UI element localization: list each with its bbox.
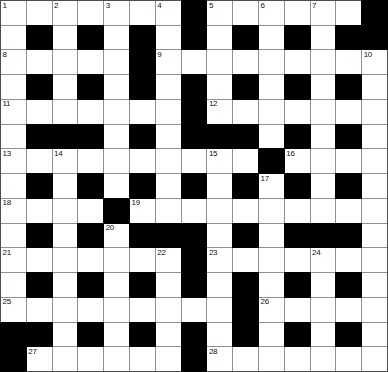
clue-number-19: 19 [131, 199, 139, 207]
cell-r2c15-block [362, 26, 387, 50]
cell-r7c8[interactable] [182, 149, 207, 173]
cell-r1c11[interactable]: 6 [259, 1, 284, 25]
cell-r12c11[interactable] [259, 273, 284, 297]
cell-r4c15[interactable] [362, 75, 387, 99]
cell-r11c4[interactable] [78, 248, 103, 272]
cell-r10c7-block [156, 224, 181, 248]
cell-r5c6[interactable] [130, 100, 155, 124]
cell-r6c15[interactable] [362, 125, 387, 149]
cell-r14c15[interactable] [362, 323, 387, 347]
cell-r3c1[interactable]: 8 [1, 50, 26, 74]
cell-r5c7[interactable] [156, 100, 181, 124]
cell-r13c12[interactable] [285, 298, 310, 322]
cell-r15c1-block [1, 347, 26, 371]
cell-r5c12[interactable] [285, 100, 310, 124]
cell-r8c3[interactable] [53, 174, 78, 198]
cell-r5c1[interactable]: 11 [1, 100, 26, 124]
cell-r6c9-block [207, 125, 232, 149]
cell-r6c13[interactable] [311, 125, 336, 149]
cell-r12c12-block [285, 273, 310, 297]
cell-r3c6-block [130, 50, 155, 74]
cell-r12c3[interactable] [53, 273, 78, 297]
cell-r10c12-block [285, 224, 310, 248]
cell-r3c7[interactable]: 9 [156, 50, 181, 74]
cell-r9c7[interactable] [156, 199, 181, 223]
cell-r7c13[interactable] [311, 149, 336, 173]
cell-r7c10[interactable] [233, 149, 258, 173]
cell-r8c13[interactable] [311, 174, 336, 198]
cell-r7c2[interactable] [27, 149, 52, 173]
clue-number-20: 20 [106, 224, 114, 232]
cell-r14c6-block [130, 323, 155, 347]
cell-r6c3-block [53, 125, 78, 149]
cell-r4c14-block [336, 75, 361, 99]
cell-r1c14[interactable] [336, 1, 361, 25]
cell-r1c1[interactable]: 1 [1, 1, 26, 25]
cell-r2c2-block [27, 26, 52, 50]
cell-r6c5[interactable] [104, 125, 129, 149]
cell-r11c6[interactable] [130, 248, 155, 272]
cell-r15c13[interactable] [311, 347, 336, 371]
cell-r14c4-block [78, 323, 103, 347]
cell-r10c13-block [311, 224, 336, 248]
cell-r8c2-block [27, 174, 52, 198]
cell-r12c13[interactable] [311, 273, 336, 297]
cell-r15c12[interactable] [285, 347, 310, 371]
cell-r8c11[interactable]: 17 [259, 174, 284, 198]
cell-r6c12-block [285, 125, 310, 149]
cell-r11c15[interactable] [362, 248, 387, 272]
cell-r1c5[interactable]: 3 [104, 1, 129, 25]
cell-r13c14[interactable] [336, 298, 361, 322]
cell-r10c11[interactable] [259, 224, 284, 248]
cell-r11c12[interactable] [285, 248, 310, 272]
cell-r14c2-block [27, 323, 52, 347]
cell-r8c8-block [182, 174, 207, 198]
cell-r2c13[interactable] [311, 26, 336, 50]
cell-r15c6[interactable] [130, 347, 155, 371]
cell-r7c11-block [259, 149, 284, 173]
cell-r15c14[interactable] [336, 347, 361, 371]
cell-r9c14[interactable] [336, 199, 361, 223]
clue-number-22: 22 [157, 249, 165, 257]
cell-r11c2[interactable] [27, 248, 52, 272]
clue-number-18: 18 [3, 199, 11, 207]
clue-number-3: 3 [106, 2, 110, 10]
cell-r3c3[interactable] [53, 50, 78, 74]
cell-r3c12[interactable] [285, 50, 310, 74]
cell-r4c11[interactable] [259, 75, 284, 99]
cell-r12c6-block [130, 273, 155, 297]
cell-r15c8-block [182, 347, 207, 371]
cell-r2c8-block [182, 26, 207, 50]
clue-number-24: 24 [312, 249, 320, 257]
cell-r15c7[interactable] [156, 347, 181, 371]
cell-r7c3[interactable]: 14 [53, 149, 78, 173]
cell-r9c9[interactable] [207, 199, 232, 223]
clue-number-13: 13 [3, 150, 11, 158]
cell-r4c5[interactable] [104, 75, 129, 99]
cell-r10c14-block [336, 224, 361, 248]
cell-r10c3[interactable] [53, 224, 78, 248]
cell-r13c7[interactable] [156, 298, 181, 322]
cell-r2c6-block [130, 26, 155, 50]
clue-number-5: 5 [209, 2, 213, 10]
cell-r13c6[interactable] [130, 298, 155, 322]
cell-r3c5[interactable] [104, 50, 129, 74]
cell-r14c11[interactable] [259, 323, 284, 347]
cell-r10c8-block [182, 224, 207, 248]
cell-r12c15[interactable] [362, 273, 387, 297]
cell-r6c8-block [182, 125, 207, 149]
cell-r13c5[interactable] [104, 298, 129, 322]
cell-r2c14-block [336, 26, 361, 50]
cell-r1c3[interactable]: 2 [53, 1, 78, 25]
cell-r12c10-block [233, 273, 258, 297]
cell-r14c3[interactable] [53, 323, 78, 347]
cell-r11c7[interactable]: 22 [156, 248, 181, 272]
cell-r12c7[interactable] [156, 273, 181, 297]
cell-r3c4[interactable] [78, 50, 103, 74]
cell-r8c1[interactable] [1, 174, 26, 198]
cell-r1c6[interactable] [130, 1, 155, 25]
cell-r3c15[interactable]: 10 [362, 50, 387, 74]
cell-r13c11[interactable]: 26 [259, 298, 284, 322]
cell-r4c6-block [130, 75, 155, 99]
cell-r14c13[interactable] [311, 323, 336, 347]
clue-number-23: 23 [209, 249, 217, 257]
cell-r15c11[interactable] [259, 347, 284, 371]
cell-r7c1[interactable]: 13 [1, 149, 26, 173]
cell-r12c14-block [336, 273, 361, 297]
cell-r8c6-block [130, 174, 155, 198]
cell-r7c7[interactable] [156, 149, 181, 173]
crossword-board: 1234567891011121314151617181920212223242… [0, 0, 388, 372]
cell-r4c8-block [182, 75, 207, 99]
cell-r6c6-block [130, 125, 155, 149]
cell-r1c15-block [362, 1, 387, 25]
cell-r2c11[interactable] [259, 26, 284, 50]
cell-r3c10[interactable] [233, 50, 258, 74]
cell-r3c9[interactable] [207, 50, 232, 74]
cell-r2c3[interactable] [53, 26, 78, 50]
cell-r13c3[interactable] [53, 298, 78, 322]
cell-r2c4-block [78, 26, 103, 50]
cell-r7c9[interactable]: 15 [207, 149, 232, 173]
cell-r12c5[interactable] [104, 273, 129, 297]
cell-r9c3[interactable] [53, 199, 78, 223]
cell-r10c5[interactable]: 20 [104, 224, 129, 248]
cell-r3c13[interactable] [311, 50, 336, 74]
cell-r2c12-block [285, 26, 310, 50]
cell-r11c11[interactable] [259, 248, 284, 272]
clue-number-17: 17 [260, 175, 268, 183]
clue-number-27: 27 [28, 348, 36, 356]
cell-r13c9[interactable] [207, 298, 232, 322]
cell-r10c15[interactable] [362, 224, 387, 248]
cell-r6c1[interactable] [1, 125, 26, 149]
cell-r8c10-block [233, 174, 258, 198]
cell-r1c9[interactable]: 5 [207, 1, 232, 25]
cell-r1c7[interactable]: 4 [156, 1, 181, 25]
cell-r8c7[interactable] [156, 174, 181, 198]
clue-number-16: 16 [286, 150, 294, 158]
cell-r3c14[interactable] [336, 50, 361, 74]
cell-r11c10[interactable] [233, 248, 258, 272]
cell-r3c11[interactable] [259, 50, 284, 74]
cell-r8c4-block [78, 174, 103, 198]
cell-r9c11[interactable] [259, 199, 284, 223]
cell-r11c14[interactable] [336, 248, 361, 272]
cell-r14c7[interactable] [156, 323, 181, 347]
cell-r9c15[interactable] [362, 199, 387, 223]
cell-r15c10[interactable] [233, 347, 258, 371]
cell-r14c5[interactable] [104, 323, 129, 347]
clue-number-21: 21 [3, 249, 11, 257]
cell-r2c7[interactable] [156, 26, 181, 50]
cell-r11c9[interactable]: 23 [207, 248, 232, 272]
cell-r8c12-block [285, 174, 310, 198]
clue-number-2: 2 [54, 2, 58, 10]
cell-r10c4-block [78, 224, 103, 248]
cell-r9c1[interactable]: 18 [1, 199, 26, 223]
cell-r13c2[interactable] [27, 298, 52, 322]
clue-number-9: 9 [157, 51, 161, 59]
cell-r15c2[interactable]: 27 [27, 347, 52, 371]
cell-r5c10[interactable] [233, 100, 258, 124]
cell-r6c11[interactable] [259, 125, 284, 149]
cell-r5c9[interactable]: 12 [207, 100, 232, 124]
cell-r14c8-block [182, 323, 207, 347]
cell-r6c2-block [27, 125, 52, 149]
cell-r12c2-block [27, 273, 52, 297]
cell-r9c13[interactable] [311, 199, 336, 223]
cell-r1c4[interactable] [78, 1, 103, 25]
cell-r7c12[interactable]: 16 [285, 149, 310, 173]
cell-r7c15[interactable] [362, 149, 387, 173]
cell-r1c8-block [182, 1, 207, 25]
cell-r14c12-block [285, 323, 310, 347]
clue-number-1: 1 [3, 2, 7, 10]
cell-r9c8[interactable] [182, 199, 207, 223]
cell-r6c4-block [78, 125, 103, 149]
cell-r13c4[interactable] [78, 298, 103, 322]
cell-r10c2-block [27, 224, 52, 248]
cell-r13c13[interactable] [311, 298, 336, 322]
cell-r12c1[interactable] [1, 273, 26, 297]
cell-r4c2-block [27, 75, 52, 99]
cell-r14c9[interactable] [207, 323, 232, 347]
cell-r8c9[interactable] [207, 174, 232, 198]
cell-r7c4[interactable] [78, 149, 103, 173]
cell-r2c1[interactable] [1, 26, 26, 50]
cell-r9c10[interactable] [233, 199, 258, 223]
cell-r13c1[interactable]: 25 [1, 298, 26, 322]
cell-r4c7[interactable] [156, 75, 181, 99]
cell-r10c10-block [233, 224, 258, 248]
cell-r5c14[interactable] [336, 100, 361, 124]
cell-r15c5[interactable] [104, 347, 129, 371]
cell-r12c9[interactable] [207, 273, 232, 297]
clue-number-10: 10 [364, 51, 372, 59]
cell-r11c8-block [182, 248, 207, 272]
cell-r10c1[interactable] [1, 224, 26, 248]
cell-r4c3[interactable] [53, 75, 78, 99]
cell-r14c14-block [336, 323, 361, 347]
cell-r4c10-block [233, 75, 258, 99]
cell-r9c2[interactable] [27, 199, 52, 223]
cell-r5c13[interactable] [311, 100, 336, 124]
cell-r1c2[interactable] [27, 1, 52, 25]
cell-r13c8[interactable] [182, 298, 207, 322]
clue-number-8: 8 [3, 51, 7, 59]
clue-number-28: 28 [209, 348, 217, 356]
cell-r5c5[interactable] [104, 100, 129, 124]
cell-r8c14-block [336, 174, 361, 198]
cell-r1c13[interactable]: 7 [311, 1, 336, 25]
cell-r5c3[interactable] [53, 100, 78, 124]
cell-r8c15[interactable] [362, 174, 387, 198]
cell-r5c15[interactable] [362, 100, 387, 124]
clue-number-6: 6 [260, 2, 264, 10]
cell-r15c4[interactable] [78, 347, 103, 371]
cell-r15c3[interactable] [53, 347, 78, 371]
cell-r15c15[interactable] [362, 347, 387, 371]
cell-r2c10-block [233, 26, 258, 50]
cell-r9c12[interactable] [285, 199, 310, 223]
cell-r5c2[interactable] [27, 100, 52, 124]
clue-number-15: 15 [209, 150, 217, 158]
clue-number-12: 12 [209, 100, 217, 108]
cell-r6c14-block [336, 125, 361, 149]
cell-r11c13[interactable]: 24 [311, 248, 336, 272]
cell-r5c4[interactable] [78, 100, 103, 124]
cell-r10c9[interactable] [207, 224, 232, 248]
cell-r11c3[interactable] [53, 248, 78, 272]
cell-r3c8[interactable] [182, 50, 207, 74]
cell-r15c9[interactable]: 28 [207, 347, 232, 371]
cell-r1c12[interactable] [285, 1, 310, 25]
cell-r7c6[interactable] [130, 149, 155, 173]
clue-number-25: 25 [3, 298, 11, 306]
cell-r4c4-block [78, 75, 103, 99]
cell-r12c4-block [78, 273, 103, 297]
cell-r2c9[interactable] [207, 26, 232, 50]
clue-number-7: 7 [312, 2, 316, 10]
cell-r11c1[interactable]: 21 [1, 248, 26, 272]
cell-r4c9[interactable] [207, 75, 232, 99]
clue-number-26: 26 [260, 298, 268, 306]
clue-number-11: 11 [3, 100, 11, 108]
cell-r9c4[interactable] [78, 199, 103, 223]
cell-r9c6[interactable]: 19 [130, 199, 155, 223]
crossword-puzzle: 1234567891011121314151617181920212223242… [0, 0, 388, 372]
clue-number-4: 4 [157, 2, 161, 10]
cell-r14c10-block [233, 323, 258, 347]
cell-r14c1-block [1, 323, 26, 347]
cell-r12c8-block [182, 273, 207, 297]
cell-r7c5[interactable] [104, 149, 129, 173]
cell-r3c2[interactable] [27, 50, 52, 74]
cell-r6c10-block [233, 125, 258, 149]
cell-r10c6-block [130, 224, 155, 248]
cell-r4c1[interactable] [1, 75, 26, 99]
cell-r4c12-block [285, 75, 310, 99]
cell-r5c11[interactable] [259, 100, 284, 124]
cell-r11c5[interactable] [104, 248, 129, 272]
clue-number-14: 14 [54, 150, 62, 158]
cell-r1c10[interactable] [233, 1, 258, 25]
cell-r2c5[interactable] [104, 26, 129, 50]
cell-r13c10-block [233, 298, 258, 322]
cell-r8c5[interactable] [104, 174, 129, 198]
cell-r7c14[interactable] [336, 149, 361, 173]
cell-r9c5-block [104, 199, 129, 223]
cell-r4c13[interactable] [311, 75, 336, 99]
cell-r6c7[interactable] [156, 125, 181, 149]
cell-r5c8-block [182, 100, 207, 124]
cell-r13c15[interactable] [362, 298, 387, 322]
